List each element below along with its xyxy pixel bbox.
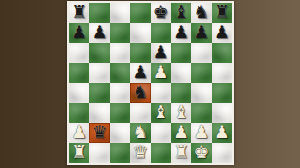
square-a6[interactable] [69, 43, 89, 63]
square-d2[interactable]: ♞ [130, 123, 150, 143]
square-f8[interactable]: ♝ [171, 3, 191, 23]
square-a4[interactable] [69, 83, 89, 103]
square-b4[interactable] [89, 83, 109, 103]
square-e8[interactable]: ♚ [151, 3, 171, 23]
chess-board: ♜♚♝♞♜♟♟♟♟♟♟♟♟♞♝♝♟♛♞♟♟♟♜♛♜♚ [69, 3, 232, 163]
square-b2[interactable]: ♛ [89, 123, 109, 143]
square-a1[interactable]: ♜ [69, 143, 89, 163]
square-f7[interactable]: ♟ [171, 23, 191, 43]
piece-black-pawn[interactable]: ♟ [92, 24, 108, 42]
square-e1[interactable] [151, 143, 171, 163]
piece-black-king[interactable]: ♚ [153, 4, 169, 22]
square-b7[interactable]: ♟ [89, 23, 109, 43]
piece-black-pawn[interactable]: ♟ [153, 44, 169, 62]
square-h2[interactable]: ♟ [212, 123, 232, 143]
square-e5[interactable]: ♟ [151, 63, 171, 83]
square-h1[interactable] [212, 143, 232, 163]
square-d3[interactable] [130, 103, 150, 123]
square-c1[interactable] [110, 143, 130, 163]
piece-black-knight[interactable]: ♞ [132, 84, 148, 102]
square-f1[interactable]: ♜ [171, 143, 191, 163]
square-a7[interactable]: ♟ [69, 23, 89, 43]
square-f6[interactable] [171, 43, 191, 63]
square-g3[interactable] [191, 103, 211, 123]
piece-black-pawn[interactable]: ♟ [194, 24, 210, 42]
square-e2[interactable] [151, 123, 171, 143]
square-a8[interactable]: ♜ [69, 3, 89, 23]
square-c7[interactable] [110, 23, 130, 43]
square-g7[interactable]: ♟ [191, 23, 211, 43]
piece-white-rook[interactable]: ♜ [173, 144, 189, 162]
square-g4[interactable] [191, 83, 211, 103]
square-f5[interactable] [171, 63, 191, 83]
square-h8[interactable]: ♜ [212, 3, 232, 23]
square-f3[interactable]: ♝ [171, 103, 191, 123]
square-f4[interactable] [171, 83, 191, 103]
square-c2[interactable] [110, 123, 130, 143]
square-a2[interactable]: ♟ [69, 123, 89, 143]
piece-white-pawn[interactable]: ♟ [173, 124, 189, 142]
square-h4[interactable] [212, 83, 232, 103]
square-d7[interactable] [130, 23, 150, 43]
square-g5[interactable] [191, 63, 211, 83]
square-e3[interactable]: ♝ [151, 103, 171, 123]
square-b1[interactable] [89, 143, 109, 163]
piece-black-bishop[interactable]: ♝ [173, 4, 189, 22]
square-e4[interactable] [151, 83, 171, 103]
square-d5[interactable]: ♟ [130, 63, 150, 83]
square-c8[interactable] [110, 3, 130, 23]
square-d6[interactable] [130, 43, 150, 63]
piece-white-knight[interactable]: ♞ [132, 124, 148, 142]
square-g8[interactable]: ♞ [191, 3, 211, 23]
piece-white-pawn[interactable]: ♟ [71, 124, 87, 142]
chess-board-frame: ♜♚♝♞♜♟♟♟♟♟♟♟♟♞♝♝♟♛♞♟♟♟♜♛♜♚ [67, 1, 234, 165]
piece-white-rook[interactable]: ♜ [71, 144, 87, 162]
square-b6[interactable] [89, 43, 109, 63]
square-a5[interactable] [69, 63, 89, 83]
square-e6[interactable]: ♟ [151, 43, 171, 63]
square-g1[interactable]: ♚ [191, 143, 211, 163]
square-h7[interactable]: ♟ [212, 23, 232, 43]
piece-white-king[interactable]: ♚ [194, 144, 210, 162]
square-h6[interactable] [212, 43, 232, 63]
square-d4[interactable]: ♞ [130, 83, 150, 103]
square-g2[interactable]: ♟ [191, 123, 211, 143]
piece-white-pawn[interactable]: ♟ [153, 64, 169, 82]
square-c4[interactable] [110, 83, 130, 103]
square-e7[interactable] [151, 23, 171, 43]
square-h5[interactable] [212, 63, 232, 83]
piece-black-pawn[interactable]: ♟ [71, 24, 87, 42]
square-f2[interactable]: ♟ [171, 123, 191, 143]
piece-black-rook[interactable]: ♜ [214, 4, 230, 22]
piece-black-pawn[interactable]: ♟ [214, 24, 230, 42]
square-b3[interactable] [89, 103, 109, 123]
square-a3[interactable] [69, 103, 89, 123]
square-c5[interactable] [110, 63, 130, 83]
app-background: ♜♚♝♞♜♟♟♟♟♟♟♟♟♞♝♝♟♛♞♟♟♟♜♛♜♚ [0, 0, 300, 168]
piece-white-pawn[interactable]: ♟ [194, 124, 210, 142]
piece-black-pawn[interactable]: ♟ [132, 64, 148, 82]
piece-white-pawn[interactable]: ♟ [214, 124, 230, 142]
square-h3[interactable] [212, 103, 232, 123]
square-c6[interactable] [110, 43, 130, 63]
piece-black-queen[interactable]: ♛ [92, 124, 108, 142]
piece-black-pawn[interactable]: ♟ [173, 24, 189, 42]
square-d1[interactable]: ♛ [130, 143, 150, 163]
square-g6[interactable] [191, 43, 211, 63]
piece-white-bishop[interactable]: ♝ [173, 104, 189, 122]
piece-white-queen[interactable]: ♛ [132, 144, 148, 162]
piece-black-knight[interactable]: ♞ [194, 4, 210, 22]
piece-black-rook[interactable]: ♜ [71, 4, 87, 22]
square-b5[interactable] [89, 63, 109, 83]
piece-white-bishop[interactable]: ♝ [153, 104, 169, 122]
square-b8[interactable] [89, 3, 109, 23]
square-c3[interactable] [110, 103, 130, 123]
square-d8[interactable] [130, 3, 150, 23]
